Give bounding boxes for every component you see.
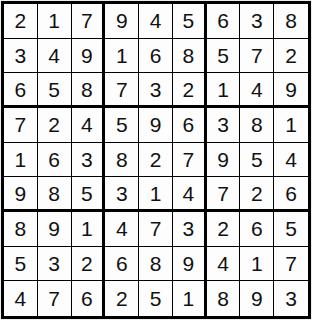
sudoku-cell-r2c2[interactable]: 4 (38, 39, 72, 74)
sudoku-cell-r2c5[interactable]: 6 (139, 39, 173, 74)
sudoku-cell-r5c1[interactable]: 1 (4, 143, 38, 178)
sudoku-cell-r9c6[interactable]: 1 (173, 281, 207, 316)
sudoku-cell-r3c9[interactable]: 9 (274, 73, 308, 108)
sudoku-cell-r3c5[interactable]: 3 (139, 73, 173, 108)
sudoku-cell-r6c9[interactable]: 6 (274, 177, 308, 212)
sudoku-cell-r7c5[interactable]: 7 (139, 212, 173, 247)
sudoku-cell-r1c7[interactable]: 6 (207, 4, 241, 39)
sudoku-cell-r1c3[interactable]: 7 (72, 4, 106, 39)
sudoku-cell-r7c1[interactable]: 8 (4, 212, 38, 247)
sudoku-cell-r1c8[interactable]: 3 (240, 4, 274, 39)
sudoku-cell-r2c1[interactable]: 3 (4, 39, 38, 74)
sudoku-cell-r2c8[interactable]: 7 (240, 39, 274, 74)
sudoku-cell-r4c1[interactable]: 7 (4, 108, 38, 143)
sudoku-board: 2179456383491685726587321497245963811638… (1, 1, 311, 319)
sudoku-cell-r2c3[interactable]: 9 (72, 39, 106, 74)
sudoku-cell-r6c4[interactable]: 3 (105, 177, 139, 212)
sudoku-cell-r4c3[interactable]: 4 (72, 108, 106, 143)
sudoku-cell-r6c1[interactable]: 9 (4, 177, 38, 212)
sudoku-cell-r7c3[interactable]: 1 (72, 212, 106, 247)
sudoku-cell-r6c8[interactable]: 2 (240, 177, 274, 212)
sudoku-cell-r4c8[interactable]: 8 (240, 108, 274, 143)
sudoku-cell-r5c8[interactable]: 5 (240, 143, 274, 178)
sudoku-cell-r2c9[interactable]: 2 (274, 39, 308, 74)
sudoku-cell-r4c7[interactable]: 3 (207, 108, 241, 143)
sudoku-cell-r5c4[interactable]: 8 (105, 143, 139, 178)
sudoku-cell-r6c7[interactable]: 7 (207, 177, 241, 212)
sudoku-cell-r7c4[interactable]: 4 (105, 212, 139, 247)
sudoku-cell-r7c6[interactable]: 3 (173, 212, 207, 247)
sudoku-cell-r3c1[interactable]: 6 (4, 73, 38, 108)
sudoku-cell-r1c4[interactable]: 9 (105, 4, 139, 39)
sudoku-cell-r1c6[interactable]: 5 (173, 4, 207, 39)
sudoku-cell-r9c9[interactable]: 3 (274, 281, 308, 316)
sudoku-cell-r8c1[interactable]: 5 (4, 247, 38, 282)
sudoku-cell-r3c7[interactable]: 1 (207, 73, 241, 108)
sudoku-screenshot: 2179456383491685726587321497245963811638… (0, 0, 312, 320)
sudoku-cell-r4c5[interactable]: 9 (139, 108, 173, 143)
sudoku-cell-r8c9[interactable]: 7 (274, 247, 308, 282)
sudoku-cell-r9c5[interactable]: 5 (139, 281, 173, 316)
sudoku-cell-r9c7[interactable]: 8 (207, 281, 241, 316)
sudoku-cell-r5c9[interactable]: 4 (274, 143, 308, 178)
sudoku-cell-r5c3[interactable]: 3 (72, 143, 106, 178)
sudoku-cell-r9c4[interactable]: 2 (105, 281, 139, 316)
sudoku-cell-r3c8[interactable]: 4 (240, 73, 274, 108)
sudoku-cell-r9c3[interactable]: 6 (72, 281, 106, 316)
sudoku-cell-r1c1[interactable]: 2 (4, 4, 38, 39)
sudoku-cell-r2c7[interactable]: 5 (207, 39, 241, 74)
sudoku-cell-r5c6[interactable]: 7 (173, 143, 207, 178)
sudoku-cell-r5c5[interactable]: 2 (139, 143, 173, 178)
sudoku-cell-r6c2[interactable]: 8 (38, 177, 72, 212)
sudoku-cell-r4c6[interactable]: 6 (173, 108, 207, 143)
sudoku-cell-r7c9[interactable]: 5 (274, 212, 308, 247)
sudoku-cell-r3c4[interactable]: 7 (105, 73, 139, 108)
sudoku-cell-r2c6[interactable]: 8 (173, 39, 207, 74)
sudoku-cell-r1c5[interactable]: 4 (139, 4, 173, 39)
sudoku-cell-r5c2[interactable]: 6 (38, 143, 72, 178)
sudoku-cell-r7c7[interactable]: 2 (207, 212, 241, 247)
sudoku-cell-r8c2[interactable]: 3 (38, 247, 72, 282)
sudoku-cell-r8c8[interactable]: 1 (240, 247, 274, 282)
sudoku-cell-r6c6[interactable]: 4 (173, 177, 207, 212)
sudoku-cell-r7c2[interactable]: 9 (38, 212, 72, 247)
sudoku-cell-r8c4[interactable]: 6 (105, 247, 139, 282)
sudoku-cell-r9c2[interactable]: 7 (38, 281, 72, 316)
sudoku-cell-r4c4[interactable]: 5 (105, 108, 139, 143)
sudoku-cell-r1c9[interactable]: 8 (274, 4, 308, 39)
sudoku-cell-r1c2[interactable]: 1 (38, 4, 72, 39)
sudoku-cell-r8c7[interactable]: 4 (207, 247, 241, 282)
sudoku-cell-r3c6[interactable]: 2 (173, 73, 207, 108)
sudoku-cell-r3c3[interactable]: 8 (72, 73, 106, 108)
sudoku-cell-r5c7[interactable]: 9 (207, 143, 241, 178)
sudoku-cell-r4c2[interactable]: 2 (38, 108, 72, 143)
sudoku-cell-r9c1[interactable]: 4 (4, 281, 38, 316)
sudoku-cell-r8c5[interactable]: 8 (139, 247, 173, 282)
sudoku-cell-r4c9[interactable]: 1 (274, 108, 308, 143)
sudoku-cell-r6c5[interactable]: 1 (139, 177, 173, 212)
sudoku-cell-r7c8[interactable]: 6 (240, 212, 274, 247)
sudoku-cell-r2c4[interactable]: 1 (105, 39, 139, 74)
sudoku-cell-r6c3[interactable]: 5 (72, 177, 106, 212)
sudoku-cell-r8c3[interactable]: 2 (72, 247, 106, 282)
sudoku-cell-r9c8[interactable]: 9 (240, 281, 274, 316)
sudoku-cell-r3c2[interactable]: 5 (38, 73, 72, 108)
sudoku-cell-r8c6[interactable]: 9 (173, 247, 207, 282)
